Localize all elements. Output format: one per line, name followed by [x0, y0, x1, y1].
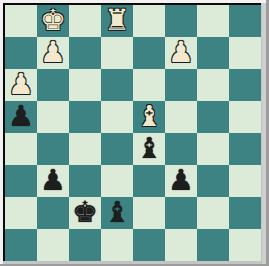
piece-black-pawn[interactable]: ♟	[168, 166, 194, 195]
square-c7[interactable]	[69, 37, 101, 69]
board-frame: ♚♜♟♟♟♟♝♝♟♟♚♝	[0, 0, 269, 266]
square-b3[interactable]: ♟	[37, 165, 69, 197]
square-c3[interactable]	[69, 165, 101, 197]
piece-white-pawn[interactable]: ♟	[168, 38, 194, 67]
square-h3[interactable]	[229, 165, 261, 197]
piece-white-rook[interactable]: ♜	[104, 6, 130, 35]
square-c8[interactable]	[69, 5, 101, 37]
square-d3[interactable]	[101, 165, 133, 197]
square-e8[interactable]	[133, 5, 165, 37]
square-a4[interactable]	[5, 133, 37, 165]
square-a1[interactable]	[5, 229, 37, 261]
square-h8[interactable]	[229, 5, 261, 37]
square-c4[interactable]	[69, 133, 101, 165]
square-a8[interactable]	[5, 5, 37, 37]
square-f2[interactable]	[165, 197, 197, 229]
square-e4[interactable]: ♝	[133, 133, 165, 165]
square-e1[interactable]	[133, 229, 165, 261]
piece-white-bishop[interactable]: ♝	[136, 102, 162, 131]
square-h2[interactable]	[229, 197, 261, 229]
square-g1[interactable]	[197, 229, 229, 261]
square-b7[interactable]: ♟	[37, 37, 69, 69]
square-f5[interactable]	[165, 101, 197, 133]
square-b8[interactable]: ♚	[37, 5, 69, 37]
square-d7[interactable]	[101, 37, 133, 69]
square-h7[interactable]	[229, 37, 261, 69]
square-g6[interactable]	[197, 69, 229, 101]
square-f8[interactable]	[165, 5, 197, 37]
chess-board: ♚♜♟♟♟♟♝♝♟♟♚♝	[3, 3, 261, 261]
square-h5[interactable]	[229, 101, 261, 133]
square-g5[interactable]	[197, 101, 229, 133]
piece-white-pawn[interactable]: ♟	[40, 38, 66, 67]
piece-black-pawn[interactable]: ♟	[40, 166, 66, 195]
square-e6[interactable]	[133, 69, 165, 101]
square-f6[interactable]	[165, 69, 197, 101]
piece-black-king[interactable]: ♚	[72, 198, 98, 227]
square-g2[interactable]	[197, 197, 229, 229]
square-d2[interactable]: ♝	[101, 197, 133, 229]
square-a5[interactable]: ♟	[5, 101, 37, 133]
square-a3[interactable]	[5, 165, 37, 197]
square-e3[interactable]	[133, 165, 165, 197]
square-d1[interactable]	[101, 229, 133, 261]
square-a2[interactable]	[5, 197, 37, 229]
square-e5[interactable]: ♝	[133, 101, 165, 133]
frame-edge-right-shadow	[266, 0, 269, 266]
square-b1[interactable]	[37, 229, 69, 261]
square-f7[interactable]: ♟	[165, 37, 197, 69]
square-h1[interactable]	[229, 229, 261, 261]
square-g7[interactable]	[197, 37, 229, 69]
piece-white-pawn[interactable]: ♟	[8, 70, 34, 99]
square-h6[interactable]	[229, 69, 261, 101]
square-b4[interactable]	[37, 133, 69, 165]
square-g4[interactable]	[197, 133, 229, 165]
square-b6[interactable]	[37, 69, 69, 101]
square-g3[interactable]	[197, 165, 229, 197]
square-d6[interactable]	[101, 69, 133, 101]
square-d4[interactable]	[101, 133, 133, 165]
square-c2[interactable]: ♚	[69, 197, 101, 229]
square-c1[interactable]	[69, 229, 101, 261]
square-e7[interactable]	[133, 37, 165, 69]
square-f3[interactable]: ♟	[165, 165, 197, 197]
square-c5[interactable]	[69, 101, 101, 133]
square-d5[interactable]	[101, 101, 133, 133]
piece-white-king[interactable]: ♚	[40, 6, 66, 35]
square-a6[interactable]: ♟	[5, 69, 37, 101]
square-e2[interactable]	[133, 197, 165, 229]
square-f4[interactable]	[165, 133, 197, 165]
square-g8[interactable]	[197, 5, 229, 37]
square-b2[interactable]	[37, 197, 69, 229]
piece-black-pawn[interactable]: ♟	[8, 102, 34, 131]
square-d8[interactable]: ♜	[101, 5, 133, 37]
square-c6[interactable]	[69, 69, 101, 101]
piece-black-bishop[interactable]: ♝	[136, 134, 162, 163]
piece-black-bishop[interactable]: ♝	[104, 198, 130, 227]
square-b5[interactable]	[37, 101, 69, 133]
square-f1[interactable]	[165, 229, 197, 261]
square-h4[interactable]	[229, 133, 261, 165]
square-a7[interactable]	[5, 37, 37, 69]
